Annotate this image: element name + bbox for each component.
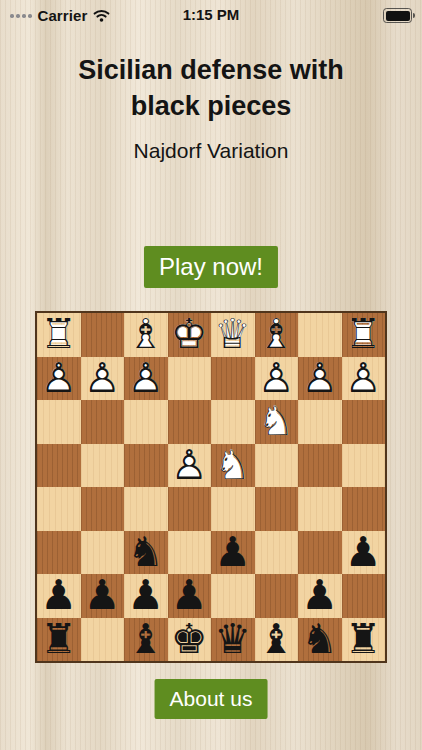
square-e6 [168,531,212,575]
square-b3 [298,400,342,444]
square-h5 [37,487,81,531]
piece-bP: ♟ [211,531,255,575]
piece-bP: ♟ [81,574,125,618]
piece-wP: ♟♙ [124,357,168,401]
square-f6: ♞ [124,531,168,575]
square-f2: ♟♙ [124,357,168,401]
piece-wP: ♟♙ [37,357,81,401]
page-subtitle: Najdorf Variation [0,139,422,163]
piece-wP: ♟♙ [81,357,125,401]
square-h1: ♜♖ [37,313,81,357]
square-a2: ♟♙ [342,357,386,401]
square-d7 [211,574,255,618]
square-b6 [298,531,342,575]
square-g1 [81,313,125,357]
piece-wP: ♟♙ [298,357,342,401]
square-b7: ♟ [298,574,342,618]
square-a8: ♜ [342,618,386,662]
square-e2 [168,357,212,401]
square-h3 [37,400,81,444]
clock: 1:15 PM [183,6,240,23]
square-f8: ♝ [124,618,168,662]
square-h7: ♟ [37,574,81,618]
square-g2: ♟♙ [81,357,125,401]
piece-bP: ♟ [37,574,81,618]
square-g6 [81,531,125,575]
square-e1: ♚♔ [168,313,212,357]
piece-wB: ♝♗ [255,313,299,357]
piece-wN: ♞♘ [255,400,299,444]
piece-wB: ♝♗ [124,313,168,357]
square-g3 [81,400,125,444]
square-d2 [211,357,255,401]
square-d1: ♛♕ [211,313,255,357]
square-a7 [342,574,386,618]
piece-wR: ♜♖ [342,313,386,357]
square-f1: ♝♗ [124,313,168,357]
square-h8: ♜ [37,618,81,662]
square-e7: ♟ [168,574,212,618]
piece-wP: ♟♙ [255,357,299,401]
square-a3 [342,400,386,444]
piece-wP: ♟♙ [342,357,386,401]
piece-bR: ♜ [37,618,81,662]
piece-bQ: ♛ [211,618,255,662]
square-f5 [124,487,168,531]
square-d4: ♞♘ [211,444,255,488]
status-bar-left: Carrier [10,0,110,30]
square-h6 [37,531,81,575]
square-e5 [168,487,212,531]
square-b2: ♟♙ [298,357,342,401]
square-c5 [255,487,299,531]
piece-bP: ♟ [298,574,342,618]
square-g5 [81,487,125,531]
wifi-icon [93,9,110,22]
app-screen: Carrier 1:15 PM Sicilian defense with bl… [0,0,422,750]
square-c3: ♞♘ [255,400,299,444]
square-a4 [342,444,386,488]
piece-bR: ♜ [342,618,386,662]
square-c7 [255,574,299,618]
piece-bN: ♞ [124,531,168,575]
piece-bP: ♟ [342,531,386,575]
square-e8: ♚ [168,618,212,662]
piece-bB: ♝ [124,618,168,662]
play-now-button[interactable]: Play now! [144,246,278,288]
square-c4 [255,444,299,488]
square-e3 [168,400,212,444]
square-d6: ♟ [211,531,255,575]
square-a1: ♜♖ [342,313,386,357]
piece-bN: ♞ [298,618,342,662]
piece-bP: ♟ [124,574,168,618]
square-a6: ♟ [342,531,386,575]
square-d5 [211,487,255,531]
square-b5 [298,487,342,531]
square-d8: ♛ [211,618,255,662]
square-c2: ♟♙ [255,357,299,401]
piece-wR: ♜♖ [37,313,81,357]
square-g8 [81,618,125,662]
piece-wK: ♚♔ [168,313,212,357]
square-c1: ♝♗ [255,313,299,357]
square-h4 [37,444,81,488]
carrier-label: Carrier [38,7,88,24]
battery-icon [383,8,412,23]
square-f4 [124,444,168,488]
square-b8: ♞ [298,618,342,662]
square-f7: ♟ [124,574,168,618]
piece-bP: ♟ [168,574,212,618]
square-c8: ♝ [255,618,299,662]
square-b1 [298,313,342,357]
page-title: Sicilian defense with black pieces [0,53,422,125]
about-us-button[interactable]: About us [155,679,268,719]
square-a5 [342,487,386,531]
piece-wP: ♟♙ [168,444,212,488]
piece-bK: ♚ [168,618,212,662]
square-c6 [255,531,299,575]
piece-bB: ♝ [255,618,299,662]
square-g7: ♟ [81,574,125,618]
square-e4: ♟♙ [168,444,212,488]
chess-board: ♜♖♝♗♚♔♛♕♝♗♜♖♟♙♟♙♟♙♟♙♟♙♟♙♞♘♟♙♞♘♞♟♟♟♟♟♟♟♜♝… [35,311,387,663]
piece-wN: ♞♘ [211,444,255,488]
square-d3 [211,400,255,444]
square-b4 [298,444,342,488]
status-bar: Carrier 1:15 PM [0,0,422,30]
square-f3 [124,400,168,444]
square-g4 [81,444,125,488]
status-bar-right [383,8,412,23]
square-h2: ♟♙ [37,357,81,401]
signal-strength-icon [10,12,32,18]
piece-wQ: ♛♕ [211,313,255,357]
